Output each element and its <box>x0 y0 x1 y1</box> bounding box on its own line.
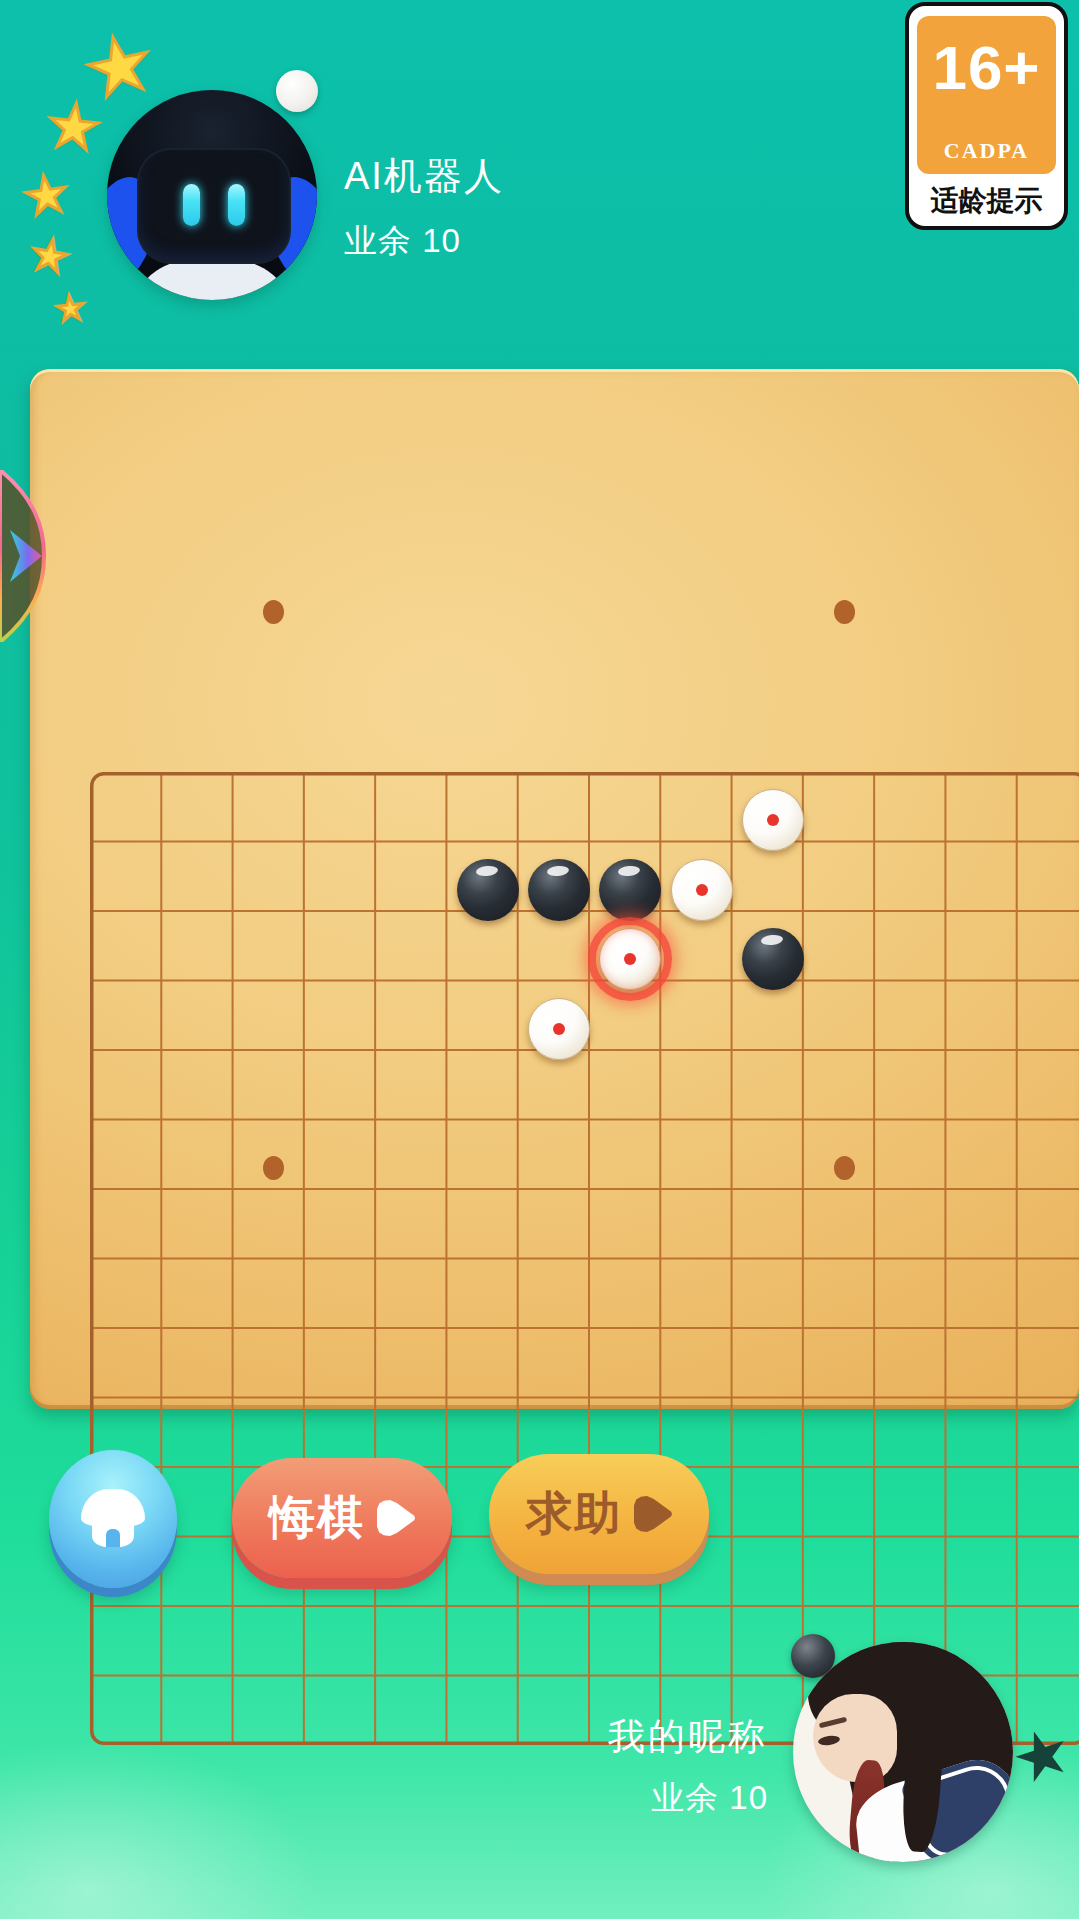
opponent-avatar <box>107 90 317 300</box>
hoshi-star-point <box>263 1156 284 1180</box>
home-icon <box>79 1489 147 1549</box>
home-button[interactable] <box>49 1450 177 1588</box>
player-rank: 业余 10 <box>651 1776 768 1821</box>
red-dot-marker <box>624 953 636 965</box>
white-stone <box>671 859 733 921</box>
undo-button[interactable]: 悔棋 <box>232 1458 452 1578</box>
play-blob-icon <box>634 1496 672 1532</box>
age-rating-org: CADPA <box>917 138 1056 164</box>
black-stone <box>528 859 590 921</box>
red-dot-marker <box>696 884 708 896</box>
player-avatar <box>793 1642 1013 1862</box>
hoshi-star-point <box>263 600 284 624</box>
last-move-white-stone <box>599 928 661 990</box>
gold-star-icon: ★ <box>26 231 72 281</box>
black-stone <box>457 859 519 921</box>
age-rating-badge: 16+ CADPA 适龄提示 <box>905 2 1068 230</box>
help-button[interactable]: 求助 <box>489 1454 709 1574</box>
age-rating-panel: 16+ CADPA <box>917 16 1056 174</box>
gold-star-icon: ★ <box>43 93 105 160</box>
player-name: 我的昵称 <box>608 1712 768 1762</box>
opponent-white-stone-indicator <box>276 70 318 112</box>
undo-button-label: 悔棋 <box>269 1487 365 1549</box>
age-rating-label: 适龄提示 <box>909 182 1064 220</box>
hoshi-star-point <box>834 600 855 624</box>
robot-eye-right <box>228 184 245 226</box>
opponent-rank: 业余 10 <box>344 219 461 264</box>
robot-eye-left <box>183 184 200 226</box>
gold-star-icon: ★ <box>54 290 88 327</box>
gold-star-icon: ★ <box>20 166 73 224</box>
age-rating-value: 16+ <box>917 32 1056 103</box>
white-stone <box>528 998 590 1060</box>
play-blob-icon <box>377 1500 415 1536</box>
opponent-name: AI机器人 <box>344 151 504 202</box>
help-button-label: 求助 <box>526 1483 622 1545</box>
white-stone <box>742 789 804 851</box>
black-stone <box>599 859 661 921</box>
black-stone <box>742 928 804 990</box>
drawer-handle[interactable] <box>0 470 52 642</box>
robot-face <box>137 148 291 264</box>
red-dot-marker <box>767 814 779 826</box>
hoshi-star-point <box>834 1156 855 1180</box>
red-dot-marker <box>553 1023 565 1035</box>
board-grid[interactable] <box>24 368 1079 1411</box>
bg-glow-left <box>0 1739 320 1919</box>
game-screen: ★★★★★ AI机器人 业余 10 16+ CADPA 适龄提示 <box>0 0 1079 1919</box>
